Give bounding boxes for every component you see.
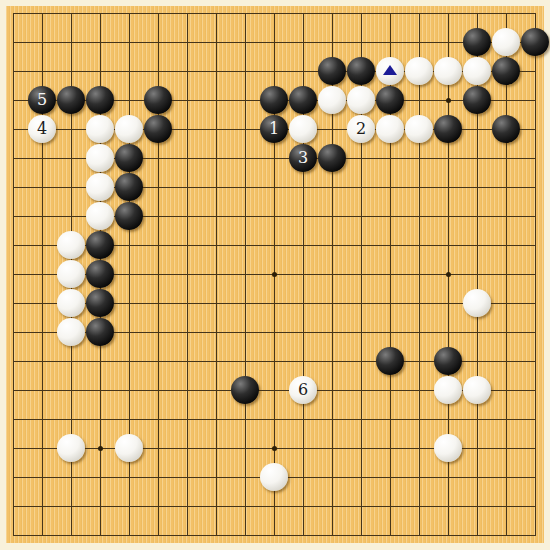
board-point: 1 [260,115,289,144]
stone-white [347,86,375,114]
stone-black [463,28,491,56]
stone-black [115,173,143,201]
stone-black [521,28,549,56]
board-point [405,57,434,86]
stone-black [144,86,172,114]
stone-black: 1 [260,115,288,143]
stone-black [86,289,114,317]
move-number-label: 1 [269,121,279,137]
board-point [57,434,86,463]
board-point [463,376,492,405]
stone-white [434,376,462,404]
stone-black [376,347,404,375]
stone-white: 4 [28,115,56,143]
stone-white [463,57,491,85]
board-point: 5 [28,86,57,115]
board-point [318,144,347,173]
board-point [521,28,550,57]
stone-black [318,144,346,172]
board-point [144,115,173,144]
board-point: 3 [289,144,318,173]
board-point [260,463,289,492]
board-point [434,347,463,376]
stone-white [405,57,433,85]
stone-white: 2 [347,115,375,143]
board-point [86,202,115,231]
stone-white [434,57,462,85]
board-point [57,231,86,260]
board-point [57,260,86,289]
board-point [115,144,144,173]
board-point [289,86,318,115]
stone-black [86,86,114,114]
stone-black [115,144,143,172]
stone-white [289,115,317,143]
board-point [115,115,144,144]
board-point [57,318,86,347]
stone-black: 3 [289,144,317,172]
board-point [492,57,521,86]
board-point [376,115,405,144]
stone-black [86,318,114,346]
board-point [463,289,492,318]
stone-black [492,115,520,143]
board-point [434,57,463,86]
board-point [86,144,115,173]
stone-black [260,86,288,114]
board-point [463,57,492,86]
stone-black [434,347,462,375]
board-point [376,86,405,115]
move-number-label: 2 [356,121,366,137]
board-point [492,115,521,144]
stone-white [463,289,491,317]
stone-white [434,434,462,462]
stone-black [376,86,404,114]
board-point [231,376,260,405]
board-point [57,289,86,318]
board-point [318,86,347,115]
board-point [347,86,376,115]
move-number-label: 6 [298,382,308,398]
stone-white [86,173,114,201]
move-number-label: 5 [37,92,47,108]
stone-white [86,144,114,172]
triangle-marker-icon [383,65,397,75]
stone-white: 6 [289,376,317,404]
stone-black [57,86,85,114]
board-point: 6 [289,376,318,405]
stone-black [231,376,259,404]
board-point [115,434,144,463]
board-point [492,28,521,57]
goban-grid[interactable]: 541236 [0,0,550,550]
stone-white [115,115,143,143]
board-point [260,86,289,115]
stone-white [57,318,85,346]
board-point [115,202,144,231]
stone-black [347,57,375,85]
stone-white [57,260,85,288]
stone-white [260,463,288,491]
stone-white [115,434,143,462]
board-point [86,260,115,289]
board-point [86,231,115,260]
board-point [434,115,463,144]
board-point [318,57,347,86]
board-point [144,86,173,115]
stone-black [434,115,462,143]
stone-white [57,231,85,259]
board-point [347,57,376,86]
go-board-diagram: 541236 [0,0,550,550]
stone-black [492,57,520,85]
board-point [115,173,144,202]
stone-white [318,86,346,114]
board-point [289,115,318,144]
stone-white [376,115,404,143]
stone-black [289,86,317,114]
board-point [86,173,115,202]
board-point [376,57,405,86]
stone-white [86,115,114,143]
board-point [463,86,492,115]
stone-white [57,289,85,317]
board-point [376,347,405,376]
stone-black [115,202,143,230]
stone-black [318,57,346,85]
stone-white [463,376,491,404]
board-point [434,376,463,405]
board-point [463,28,492,57]
stone-black [86,231,114,259]
stone-white [492,28,520,56]
board-point [86,289,115,318]
board-point [86,86,115,115]
board-point [405,115,434,144]
board-point [86,115,115,144]
stone-white [86,202,114,230]
stone-white [405,115,433,143]
stone-black: 5 [28,86,56,114]
stone-white [376,57,404,85]
board-point [57,86,86,115]
stone-black [86,260,114,288]
board-point [434,434,463,463]
stone-white [57,434,85,462]
stone-black [463,86,491,114]
move-number-label: 4 [37,121,47,137]
board-point: 2 [347,115,376,144]
move-number-label: 3 [298,150,308,166]
board-point: 4 [28,115,57,144]
stone-black [144,115,172,143]
board-point [86,318,115,347]
